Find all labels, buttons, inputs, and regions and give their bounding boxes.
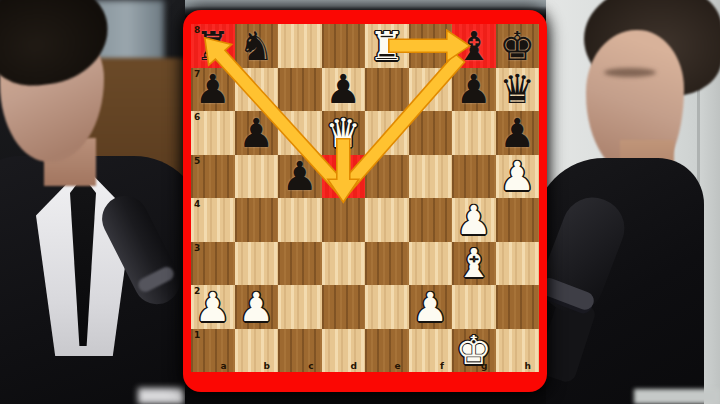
right-person-eyebrow xyxy=(604,68,656,77)
square-d5 xyxy=(322,155,366,199)
chess-board-frame: 8♜♞♜♝♚7♟♟♟♛6♟♛♟5♟♟4♟3♝2♟♟♟1abcdefg♚h xyxy=(183,10,547,392)
square-d6: ♛ xyxy=(322,111,366,155)
square-h5: ♟ xyxy=(496,155,540,199)
file-label-c: c xyxy=(308,362,313,371)
square-g4: ♟ xyxy=(452,198,496,242)
square-a5: 5 xyxy=(191,155,235,199)
square-c4 xyxy=(278,198,322,242)
square-g5 xyxy=(452,155,496,199)
piece-black-pawn: ♟ xyxy=(322,68,366,112)
square-a4: 4 xyxy=(191,198,235,242)
square-e3 xyxy=(365,242,409,286)
square-b2: ♟ xyxy=(235,285,279,329)
rank-label-4: 4 xyxy=(194,200,200,209)
file-label-a: a xyxy=(220,362,226,371)
square-h4 xyxy=(496,198,540,242)
square-f3 xyxy=(409,242,453,286)
square-f6 xyxy=(409,111,453,155)
piece-white-king: ♚ xyxy=(452,329,496,373)
piece-white-rook: ♜ xyxy=(365,24,409,68)
square-b5 xyxy=(235,155,279,199)
file-label-g: g xyxy=(481,362,487,371)
rank-label-2: 2 xyxy=(194,287,200,296)
piece-black-pawn: ♟ xyxy=(235,111,279,155)
square-g2 xyxy=(452,285,496,329)
square-b1: b xyxy=(235,329,279,373)
file-label-d: d xyxy=(351,362,357,371)
square-c7 xyxy=(278,68,322,112)
square-g6 xyxy=(452,111,496,155)
rank-label-5: 5 xyxy=(194,157,200,166)
piece-black-queen: ♛ xyxy=(496,68,540,112)
square-f2: ♟ xyxy=(409,285,453,329)
square-b3 xyxy=(235,242,279,286)
square-h2 xyxy=(496,285,540,329)
square-a6: 6 xyxy=(191,111,235,155)
square-f7 xyxy=(409,68,453,112)
square-b8: ♞ xyxy=(235,24,279,68)
piece-white-pawn: ♟ xyxy=(409,285,453,329)
square-g7: ♟ xyxy=(452,68,496,112)
piece-black-knight: ♞ xyxy=(235,24,279,68)
square-c1: c xyxy=(278,329,322,373)
square-g1: g♚ xyxy=(452,329,496,373)
square-f5 xyxy=(409,155,453,199)
square-f8 xyxy=(409,24,453,68)
square-h7: ♛ xyxy=(496,68,540,112)
table-edge xyxy=(634,389,720,404)
square-a3: 3 xyxy=(191,242,235,286)
left-person-cuff xyxy=(138,388,184,404)
square-a1: 1a xyxy=(191,329,235,373)
rank-label-7: 7 xyxy=(194,70,200,79)
square-b6: ♟ xyxy=(235,111,279,155)
thumbnail[interactable]: 8♜♞♜♝♚7♟♟♟♛6♟♛♟5♟♟4♟3♝2♟♟♟1abcdefg♚h xyxy=(0,0,720,404)
square-g8: ♝ xyxy=(452,24,496,68)
file-label-f: f xyxy=(440,362,444,371)
square-a2: 2♟ xyxy=(191,285,235,329)
square-e2 xyxy=(365,285,409,329)
square-c6 xyxy=(278,111,322,155)
piece-black-pawn: ♟ xyxy=(452,68,496,112)
square-h3 xyxy=(496,242,540,286)
file-label-h: h xyxy=(525,362,531,371)
piece-white-pawn: ♟ xyxy=(496,155,540,199)
piece-black-pawn: ♟ xyxy=(496,111,540,155)
square-d3 xyxy=(322,242,366,286)
square-c2 xyxy=(278,285,322,329)
square-d1: d xyxy=(322,329,366,373)
piece-black-king: ♚ xyxy=(496,24,540,68)
square-e1: e xyxy=(365,329,409,373)
piece-white-queen: ♛ xyxy=(322,111,366,155)
piece-white-pawn: ♟ xyxy=(235,285,279,329)
square-h8: ♚ xyxy=(496,24,540,68)
rank-label-6: 6 xyxy=(194,113,200,122)
square-e8: ♜ xyxy=(365,24,409,68)
square-c5: ♟ xyxy=(278,155,322,199)
square-a8: 8♜ xyxy=(191,24,235,68)
right-photo-panel xyxy=(546,0,720,404)
square-b7 xyxy=(235,68,279,112)
file-label-e: e xyxy=(394,362,400,371)
square-g3: ♝ xyxy=(452,242,496,286)
square-e7 xyxy=(365,68,409,112)
rank-label-1: 1 xyxy=(194,331,200,340)
left-photo-panel xyxy=(0,0,185,404)
square-a7: 7♟ xyxy=(191,68,235,112)
chess-board: 8♜♞♜♝♚7♟♟♟♛6♟♛♟5♟♟4♟3♝2♟♟♟1abcdefg♚h xyxy=(191,24,539,372)
square-d2 xyxy=(322,285,366,329)
piece-black-pawn: ♟ xyxy=(278,155,322,199)
piece-black-bishop: ♝ xyxy=(452,24,496,68)
piece-white-pawn: ♟ xyxy=(452,198,496,242)
rank-label-8: 8 xyxy=(194,26,200,35)
square-f1: f xyxy=(409,329,453,373)
square-e4 xyxy=(365,198,409,242)
square-d4 xyxy=(322,198,366,242)
square-d7: ♟ xyxy=(322,68,366,112)
square-b4 xyxy=(235,198,279,242)
piece-white-bishop: ♝ xyxy=(452,242,496,286)
square-e5 xyxy=(365,155,409,199)
square-e6 xyxy=(365,111,409,155)
square-h6: ♟ xyxy=(496,111,540,155)
left-microphone-ring xyxy=(136,265,176,295)
square-c3 xyxy=(278,242,322,286)
file-label-b: b xyxy=(264,362,270,371)
square-c8 xyxy=(278,24,322,68)
square-f4 xyxy=(409,198,453,242)
square-d8 xyxy=(322,24,366,68)
rank-label-3: 3 xyxy=(194,244,200,253)
square-h1: h xyxy=(496,329,540,373)
